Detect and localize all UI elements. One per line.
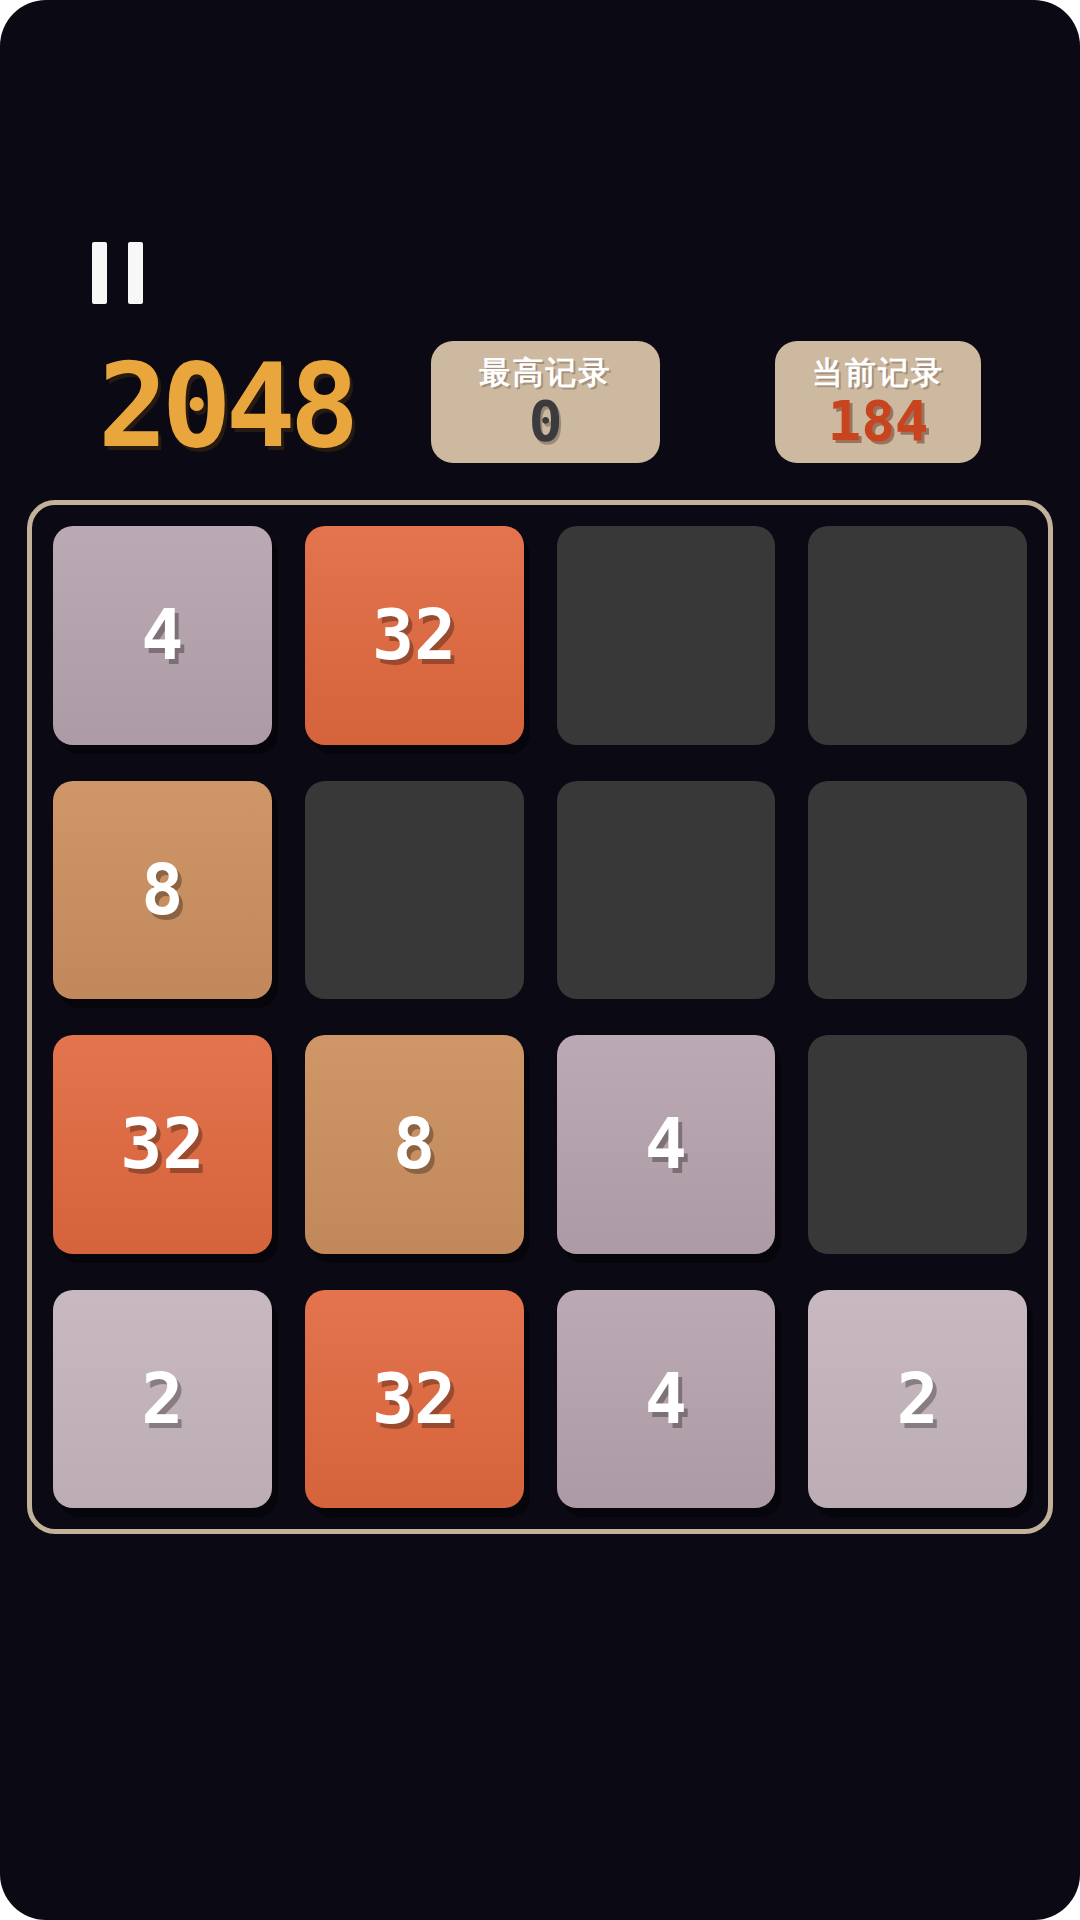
tile-value: 2 <box>141 1358 183 1440</box>
tile-value: 8 <box>141 849 183 931</box>
pause-icon <box>92 242 107 304</box>
current-score-value: 184 <box>827 390 928 452</box>
best-score-value: 0 <box>529 390 563 452</box>
empty-cell <box>808 1035 1027 1254</box>
tile-4: 4 <box>557 1035 776 1254</box>
current-score-badge: 当前记录 184 <box>775 341 981 463</box>
empty-cell <box>557 781 776 1000</box>
game-screen: 2048 最高记录 0 当前记录 184 4328328423242 <box>0 0 1080 1920</box>
empty-cell <box>305 781 524 1000</box>
tile-value: 2 <box>897 1358 939 1440</box>
empty-cell <box>808 781 1027 1000</box>
best-score-label: 最高记录 <box>480 354 612 390</box>
current-score-label: 当前记录 <box>812 354 944 390</box>
tile-value: 4 <box>645 1358 687 1440</box>
tile-value: 32 <box>372 594 456 676</box>
tile-2: 2 <box>808 1290 1027 1509</box>
tile-value: 8 <box>393 1103 435 1185</box>
tile-value: 4 <box>645 1103 687 1185</box>
tile-4: 4 <box>53 526 272 745</box>
best-score-badge: 最高记录 0 <box>431 341 660 463</box>
tile-8: 8 <box>305 1035 524 1254</box>
tile-value: 32 <box>372 1358 456 1440</box>
empty-cell <box>808 526 1027 745</box>
board[interactable]: 4328328423242 <box>27 500 1053 1534</box>
tile-2: 2 <box>53 1290 272 1509</box>
tile-4: 4 <box>557 1290 776 1509</box>
tile-32: 32 <box>53 1035 272 1254</box>
pause-button[interactable] <box>92 242 143 304</box>
pause-icon <box>128 242 143 304</box>
tile-32: 32 <box>305 1290 524 1509</box>
tile-value: 32 <box>120 1103 204 1185</box>
game-title: 2048 <box>98 352 353 460</box>
tile-value: 4 <box>141 594 183 676</box>
tile-8: 8 <box>53 781 272 1000</box>
empty-cell <box>557 526 776 745</box>
tile-32: 32 <box>305 526 524 745</box>
